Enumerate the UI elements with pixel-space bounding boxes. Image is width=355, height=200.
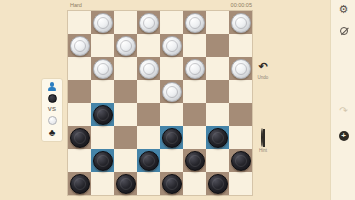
board-square[interactable]: [114, 126, 137, 149]
board-square: [206, 103, 229, 126]
board-square: [91, 34, 114, 57]
checkers-app: Hard 00:00:05 VS ♣ ↶ Undo Hint ⚙ ↷ +: [0, 0, 355, 200]
white-checker[interactable]: [231, 13, 251, 33]
right-sidebar: ⚙ ↷ +: [330, 0, 355, 200]
board-square[interactable]: [68, 172, 91, 195]
black-checker[interactable]: [208, 174, 228, 194]
board-square: [91, 172, 114, 195]
board-square: [183, 172, 206, 195]
plus-circle-icon[interactable]: +: [331, 124, 355, 142]
board-square: [229, 172, 252, 195]
settings-gear-icon[interactable]: ⚙: [331, 3, 355, 15]
white-checker[interactable]: [231, 59, 251, 79]
players-panel: VS ♣: [41, 78, 63, 142]
board-square: [114, 103, 137, 126]
black-checker[interactable]: [93, 105, 113, 125]
board-square: [68, 103, 91, 126]
computer-piece-white-icon: [48, 116, 57, 125]
board-square[interactable]: [137, 103, 160, 126]
board-square: [206, 57, 229, 80]
board-square: [229, 34, 252, 57]
white-checker[interactable]: [185, 13, 205, 33]
board-square[interactable]: [229, 11, 252, 34]
board-square: [206, 11, 229, 34]
board-square[interactable]: [206, 80, 229, 103]
undo-icon: ↶: [258, 60, 267, 72]
board-square[interactable]: [114, 80, 137, 103]
board-square[interactable]: [229, 57, 252, 80]
board-square[interactable]: [114, 172, 137, 195]
game-timer: 00:00:05: [210, 2, 252, 8]
white-checker[interactable]: [93, 59, 113, 79]
board-square[interactable]: [91, 103, 114, 126]
board-square[interactable]: [68, 34, 91, 57]
board-square: [137, 80, 160, 103]
board-square: [183, 126, 206, 149]
black-checker[interactable]: [162, 174, 182, 194]
board-square[interactable]: [229, 103, 252, 126]
board-square[interactable]: [137, 11, 160, 34]
human-piece-black-icon: [48, 94, 57, 103]
board-square[interactable]: [206, 126, 229, 149]
board-square[interactable]: [206, 34, 229, 57]
undo-label: Undo: [252, 75, 274, 80]
white-checker[interactable]: [116, 36, 136, 56]
white-checker[interactable]: [70, 36, 90, 56]
board-square[interactable]: [183, 11, 206, 34]
board-square[interactable]: [183, 57, 206, 80]
board-square: [160, 103, 183, 126]
black-checker[interactable]: [231, 151, 251, 171]
black-checker[interactable]: [93, 151, 113, 171]
board: [68, 11, 252, 195]
board-square: [160, 149, 183, 172]
board-square[interactable]: [91, 149, 114, 172]
redo-icon: ↷: [331, 105, 355, 116]
board-square: [137, 34, 160, 57]
board-square: [137, 172, 160, 195]
board-square[interactable]: [91, 57, 114, 80]
board-square[interactable]: [137, 149, 160, 172]
vs-label: VS: [48, 106, 57, 112]
board-square[interactable]: [68, 126, 91, 149]
difficulty-label: Hard: [70, 2, 82, 8]
board-square[interactable]: [68, 80, 91, 103]
white-checker[interactable]: [139, 59, 159, 79]
board-square: [91, 126, 114, 149]
white-checker[interactable]: [162, 36, 182, 56]
board-square: [68, 57, 91, 80]
board-square[interactable]: [91, 11, 114, 34]
board-square[interactable]: [114, 34, 137, 57]
board-square: [183, 34, 206, 57]
computer-player-icon: ♣: [49, 128, 56, 138]
black-checker[interactable]: [185, 151, 205, 171]
board-square[interactable]: [137, 57, 160, 80]
board-square[interactable]: [183, 149, 206, 172]
board-square: [183, 80, 206, 103]
black-checker[interactable]: [208, 128, 228, 148]
board-square: [114, 57, 137, 80]
board-square: [114, 11, 137, 34]
undo-button[interactable]: ↶ Undo: [252, 56, 274, 80]
board-square: [206, 149, 229, 172]
board-square: [229, 126, 252, 149]
white-checker[interactable]: [185, 59, 205, 79]
black-checker[interactable]: [139, 151, 159, 171]
hint-label: Hint: [252, 148, 274, 153]
board-square: [91, 80, 114, 103]
white-checker[interactable]: [93, 13, 113, 33]
human-player-icon: [47, 82, 57, 91]
black-checker[interactable]: [162, 128, 182, 148]
board-square: [68, 11, 91, 34]
board-square[interactable]: [160, 34, 183, 57]
board-square: [68, 149, 91, 172]
black-checker[interactable]: [116, 174, 136, 194]
board-square[interactable]: [229, 149, 252, 172]
board-square: [160, 11, 183, 34]
black-checker[interactable]: [70, 174, 90, 194]
board-square[interactable]: [206, 172, 229, 195]
board-square[interactable]: [160, 80, 183, 103]
board-square: [160, 57, 183, 80]
board-square[interactable]: [160, 126, 183, 149]
hint-lightbulb-base: [263, 129, 265, 147]
white-checker[interactable]: [139, 13, 159, 33]
board-square: [229, 80, 252, 103]
circle-slash-icon[interactable]: [331, 21, 355, 39]
black-checker[interactable]: [70, 128, 90, 148]
board-square: [114, 149, 137, 172]
board-square: [137, 126, 160, 149]
hint-button[interactable]: Hint: [252, 129, 274, 153]
board-square[interactable]: [160, 172, 183, 195]
board-square[interactable]: [183, 103, 206, 126]
white-checker[interactable]: [162, 82, 182, 102]
